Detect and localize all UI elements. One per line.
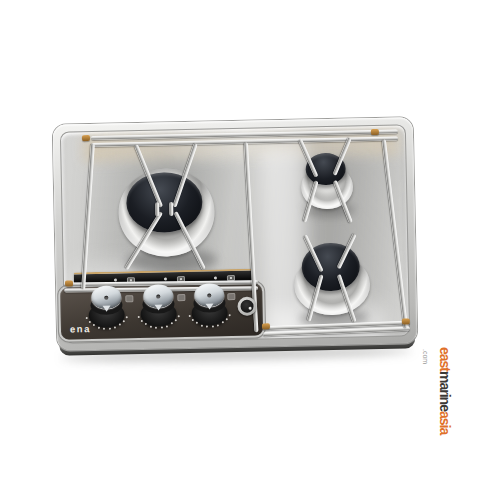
watermark-tld: .com (415, 349, 435, 434)
knob-scale-dot (119, 324, 121, 326)
knob-left-burner (84, 284, 129, 333)
knob-scale-dot (114, 326, 116, 328)
knob-pointer-icon (102, 306, 110, 312)
knob-pointer-icon (154, 305, 162, 311)
knob-scale-dot (222, 321, 224, 323)
burner-icon (227, 293, 235, 300)
knob-scale-dot (93, 324, 95, 326)
knob-scale-dot (228, 314, 230, 316)
knob-scale-dot (138, 316, 140, 318)
knob-scale-dot (196, 322, 198, 324)
knob-scale-dot (86, 317, 88, 319)
off-position-dot (164, 277, 167, 280)
knob-scale-dot (212, 325, 214, 327)
brass-clip (262, 323, 270, 329)
watermark-word-east: east (437, 347, 453, 371)
ignition-spark-icon (249, 307, 252, 310)
knob-scale-dot (125, 316, 127, 318)
knob-scale-dot (109, 327, 111, 329)
knob-scale-dot (217, 324, 219, 326)
watermark-word-asia: asia (437, 411, 453, 434)
brass-clip (371, 129, 379, 135)
brass-clip (82, 135, 90, 141)
pan-support-wire (170, 202, 174, 216)
brass-clip (402, 318, 410, 324)
knob-pointer-icon (205, 303, 213, 309)
gas-hob: ena (53, 117, 418, 350)
ignition-button-face (240, 300, 253, 313)
burner-icon (177, 294, 185, 301)
knob-scale-dot (171, 323, 173, 325)
product-photo: ena (0, 0, 480, 480)
knob-scale-dot (175, 319, 177, 321)
watermark-word-marine: marine (437, 371, 453, 411)
burner-icon (125, 295, 133, 302)
knob-screw (207, 294, 211, 298)
knob-scale-dot (155, 326, 157, 328)
knob-scale-dot (98, 326, 100, 328)
knob-scale-dot (161, 326, 163, 328)
knob-scale-dot (150, 325, 152, 327)
watermark: eastmarineasia .com (415, 347, 455, 434)
hob-scene: ena (0, 0, 480, 480)
knob-scale-dot (141, 320, 143, 322)
brass-clip (65, 280, 73, 286)
knob-scale-dot (192, 319, 194, 321)
knob-scale-dot (189, 315, 191, 317)
off-position-dot (214, 276, 217, 279)
knob-scale-dot (103, 328, 105, 330)
knob-scale-dot (166, 325, 168, 327)
knob-scale-dot (123, 320, 125, 322)
knob-scale-dot (201, 324, 203, 326)
knob-scale-dot (89, 321, 91, 323)
knob-screw (156, 295, 160, 299)
knob-scale-dot (177, 315, 179, 317)
knob-center-burner (136, 283, 181, 332)
knob-scale-dot (145, 323, 147, 325)
knob-screw (104, 296, 108, 300)
knob-scale-dot (206, 325, 208, 327)
knob-right-burner (187, 282, 232, 331)
pan-support-rack (53, 117, 413, 125)
knob-scale-dot (226, 318, 228, 320)
pan-support-wire (156, 202, 160, 216)
